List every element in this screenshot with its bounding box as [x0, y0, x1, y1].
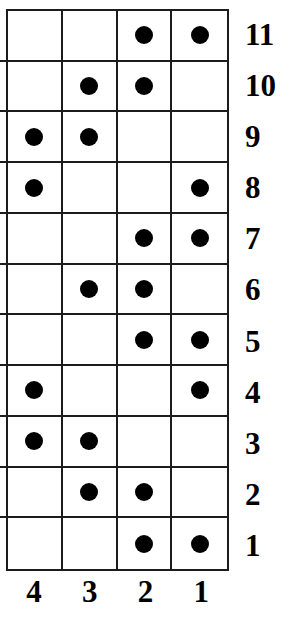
grid-cell [8, 62, 63, 113]
column-label: 2 [118, 570, 174, 612]
row-label: 9 [245, 111, 282, 162]
row-divider-tick [0, 313, 6, 315]
dot [191, 535, 209, 553]
grid-cell [118, 366, 173, 417]
row-divider-tick [0, 263, 6, 265]
column-label: 1 [173, 570, 229, 612]
dot [25, 381, 43, 399]
dot [80, 280, 98, 298]
column-labels: 4321 [6, 570, 229, 612]
grid-cell [8, 214, 63, 265]
grid-cell [63, 417, 118, 468]
grid-cell [118, 468, 173, 519]
grid-cell [118, 112, 173, 163]
row-label: 7 [245, 213, 282, 264]
grid-cell [172, 62, 227, 113]
dot [80, 128, 98, 146]
column-label: 4 [6, 570, 62, 612]
grid-cell [8, 417, 63, 468]
grid-cell [8, 265, 63, 316]
grid-cell [118, 62, 173, 113]
dot [25, 179, 43, 197]
row-label: 11 [245, 9, 282, 60]
row-label: 2 [245, 469, 282, 520]
grid-cell [118, 315, 173, 366]
grid-cell [63, 214, 118, 265]
row-divider-tick [0, 516, 6, 518]
dot [135, 77, 153, 95]
dot [135, 331, 153, 349]
row-label: 3 [245, 418, 282, 469]
row-label: 6 [245, 264, 282, 315]
grid-cell [172, 11, 227, 62]
row-divider-tick [0, 364, 6, 366]
dot [80, 432, 98, 450]
grid-cell [172, 265, 227, 316]
grid-cell [63, 468, 118, 519]
grid-cell [172, 468, 227, 519]
pattern-grid [6, 9, 229, 571]
grid-cell [63, 366, 118, 417]
dot [25, 128, 43, 146]
grid-cell [172, 112, 227, 163]
dot [191, 179, 209, 197]
row-divider-tick [0, 60, 6, 62]
row-label: 10 [245, 60, 282, 111]
row-divider-tick [0, 466, 6, 468]
grid-cell [172, 163, 227, 214]
grid-cell [63, 518, 118, 569]
row-label: 5 [245, 316, 282, 367]
grid-cell [63, 62, 118, 113]
grid-cell [63, 11, 118, 62]
dot [135, 280, 153, 298]
grid-cell [118, 163, 173, 214]
grid-cell [8, 112, 63, 163]
grid-cell [8, 11, 63, 62]
dot [80, 483, 98, 501]
grid-cell [63, 265, 118, 316]
grid-cell [118, 417, 173, 468]
dot [135, 483, 153, 501]
grid-cell [8, 315, 63, 366]
grid-cell [8, 163, 63, 214]
dot [191, 26, 209, 44]
row-labels: 1110987654321 [245, 9, 282, 571]
row-divider-tick [0, 415, 6, 417]
grid-cell [8, 366, 63, 417]
grid-cell [8, 468, 63, 519]
dot [191, 229, 209, 247]
dot [191, 381, 209, 399]
row-label: 4 [245, 367, 282, 418]
grid-cell [172, 315, 227, 366]
grid-cell [118, 11, 173, 62]
dot [25, 432, 43, 450]
column-label: 3 [62, 570, 118, 612]
row-divider-tick [0, 110, 6, 112]
grid-cell [172, 417, 227, 468]
dot [135, 229, 153, 247]
grid-cell [63, 315, 118, 366]
grid-cell [63, 112, 118, 163]
grid-cell [63, 163, 118, 214]
pattern-chart-page: 1110987654321 4321 [0, 0, 282, 618]
dot [135, 26, 153, 44]
row-label: 1 [245, 520, 282, 571]
grid-cell [118, 265, 173, 316]
dot [135, 535, 153, 553]
dot [80, 77, 98, 95]
row-label: 8 [245, 162, 282, 213]
grid-cell [8, 518, 63, 569]
grid-cell [172, 214, 227, 265]
row-divider-tick [0, 161, 6, 163]
grid-cell [172, 366, 227, 417]
grid-cell [118, 214, 173, 265]
grid-cell [118, 518, 173, 569]
dot [191, 331, 209, 349]
grid-cell [172, 518, 227, 569]
row-divider-tick [0, 212, 6, 214]
